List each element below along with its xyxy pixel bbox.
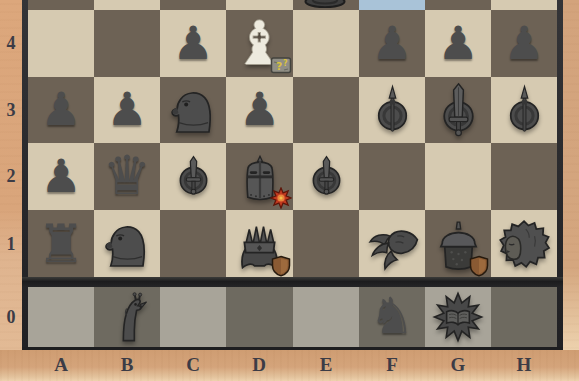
piece-sword-emblem[interactable]: [425, 77, 491, 143]
shield-badge-icon: [468, 255, 490, 277]
square-D1[interactable]: [226, 210, 293, 278]
file-label-B: B: [94, 352, 160, 378]
square-E3[interactable]: [293, 77, 359, 143]
piece-dagger-emblem[interactable]: [293, 143, 359, 210]
square-G1[interactable]: [425, 210, 491, 278]
square-E1[interactable]: [293, 210, 359, 278]
file-label-G: G: [425, 352, 491, 378]
fire-badge-icon: [270, 187, 292, 209]
piece-eagle[interactable]: [94, 210, 160, 278]
piece-lion[interactable]: [491, 210, 557, 278]
file-label-A: A: [28, 352, 94, 378]
square-B0[interactable]: [94, 287, 160, 347]
piece-glyph: ♜: [37, 217, 85, 270]
square-H0[interactable]: [491, 287, 557, 347]
piece-glyph: ♟: [106, 86, 147, 132]
square-C1[interactable]: [160, 210, 226, 278]
piece-unknown-piece-base-partial[interactable]: [298, 0, 352, 10]
piece-pawn[interactable]: ♟: [94, 77, 160, 143]
rank-label-4: 4: [0, 31, 22, 55]
square-G2[interactable]: [425, 143, 491, 210]
piece-queen-crown[interactable]: ♛: [94, 143, 160, 210]
piece-claw[interactable]: [359, 210, 425, 278]
square-A0[interactable]: [28, 287, 94, 347]
piece-rook-tower[interactable]: ♜: [28, 210, 94, 278]
piece-glyph: ♟: [172, 20, 213, 66]
square-C5[interactable]: [160, 0, 226, 10]
square-E2[interactable]: [293, 143, 359, 210]
game-board-screen: ♟♝♟♟♟♟♟♟♟♛♜♞ 43210ABCDEFGH: [0, 0, 579, 381]
square-B1[interactable]: [94, 210, 160, 278]
piece-glyph: ♛: [103, 149, 151, 203]
square-F4[interactable]: ♟: [359, 10, 425, 77]
square-E5[interactable]: [293, 0, 359, 10]
shield-badge-icon: [270, 255, 292, 277]
piece-glyph: ♟: [503, 20, 544, 66]
wood-frame-right: [563, 0, 579, 381]
file-label-C: C: [160, 352, 226, 378]
square-H2[interactable]: [491, 143, 557, 210]
square-D3[interactable]: ♟: [226, 77, 293, 143]
square-A2[interactable]: ♟: [28, 143, 94, 210]
square-A3[interactable]: ♟: [28, 77, 94, 143]
square-C4[interactable]: ♟: [160, 10, 226, 77]
piece-pawn[interactable]: ♟: [359, 10, 425, 77]
square-B3[interactable]: ♟: [94, 77, 160, 143]
square-F5[interactable]: [359, 0, 425, 10]
rank-label-3: 3: [0, 98, 22, 122]
square-A5[interactable]: [28, 0, 94, 10]
piece-knight-horse[interactable]: ♞: [359, 287, 425, 347]
board-edge-left: [22, 0, 28, 350]
square-G0[interactable]: [425, 287, 491, 347]
piece-glyph: ♟: [40, 153, 81, 199]
square-B4[interactable]: [94, 10, 160, 77]
square-F1[interactable]: [359, 210, 425, 278]
square-B5[interactable]: [94, 0, 160, 10]
square-D4[interactable]: ♝: [226, 10, 293, 77]
piece-glyph: ♟: [371, 20, 412, 66]
square-H5[interactable]: [491, 0, 557, 10]
square-F2[interactable]: [359, 143, 425, 210]
rank-label-1: 1: [0, 232, 22, 256]
square-G5[interactable]: [425, 0, 491, 10]
square-A4[interactable]: [28, 10, 94, 77]
piece-spellbook[interactable]: [425, 287, 491, 347]
piece-pawn[interactable]: ♟: [28, 77, 94, 143]
square-A1[interactable]: ♜: [28, 210, 94, 278]
piece-spear-emblem[interactable]: [491, 77, 557, 143]
file-label-E: E: [293, 352, 359, 378]
piece-pawn[interactable]: ♟: [160, 10, 226, 77]
square-C3[interactable]: [160, 77, 226, 143]
rank-label-2: 2: [0, 164, 22, 188]
square-F0[interactable]: ♞: [359, 287, 425, 347]
piece-dagger-emblem[interactable]: [160, 143, 226, 210]
square-H1[interactable]: [491, 210, 557, 278]
board-edge-bottom: [22, 277, 563, 287]
file-label-D: D: [226, 352, 292, 378]
piece-glyph: ♟: [40, 86, 81, 132]
piece-eagle[interactable]: [160, 77, 226, 143]
piece-glyph: ♟: [437, 20, 478, 66]
piece-pawn[interactable]: ♟: [226, 77, 293, 143]
piece-giraffe[interactable]: [94, 287, 160, 347]
square-G4[interactable]: ♟: [425, 10, 491, 77]
square-H4[interactable]: ♟: [491, 10, 557, 77]
square-C0[interactable]: [160, 287, 226, 347]
square-F3[interactable]: [359, 77, 425, 143]
file-label-F: F: [359, 352, 425, 378]
square-C2[interactable]: [160, 143, 226, 210]
file-label-H: H: [491, 352, 557, 378]
piece-glyph: ♞: [370, 291, 415, 341]
square-D2[interactable]: [226, 143, 293, 210]
square-G3[interactable]: [425, 77, 491, 143]
piece-pawn[interactable]: ♟: [28, 143, 94, 210]
board-edge-right: [557, 0, 563, 350]
square-E0[interactable]: [293, 287, 359, 347]
square-D0[interactable]: [226, 287, 293, 347]
question-badge-icon: [270, 54, 292, 76]
piece-glyph: ♟: [239, 86, 280, 132]
square-H3[interactable]: [491, 77, 557, 143]
piece-pawn[interactable]: ♟: [425, 10, 491, 77]
square-B2[interactable]: ♛: [94, 143, 160, 210]
rank-label-0: 0: [0, 305, 22, 329]
square-E4[interactable]: [293, 10, 359, 77]
piece-pawn[interactable]: ♟: [491, 10, 557, 77]
piece-spear-emblem[interactable]: [359, 77, 425, 143]
bench-edge-bottom: [22, 347, 563, 350]
